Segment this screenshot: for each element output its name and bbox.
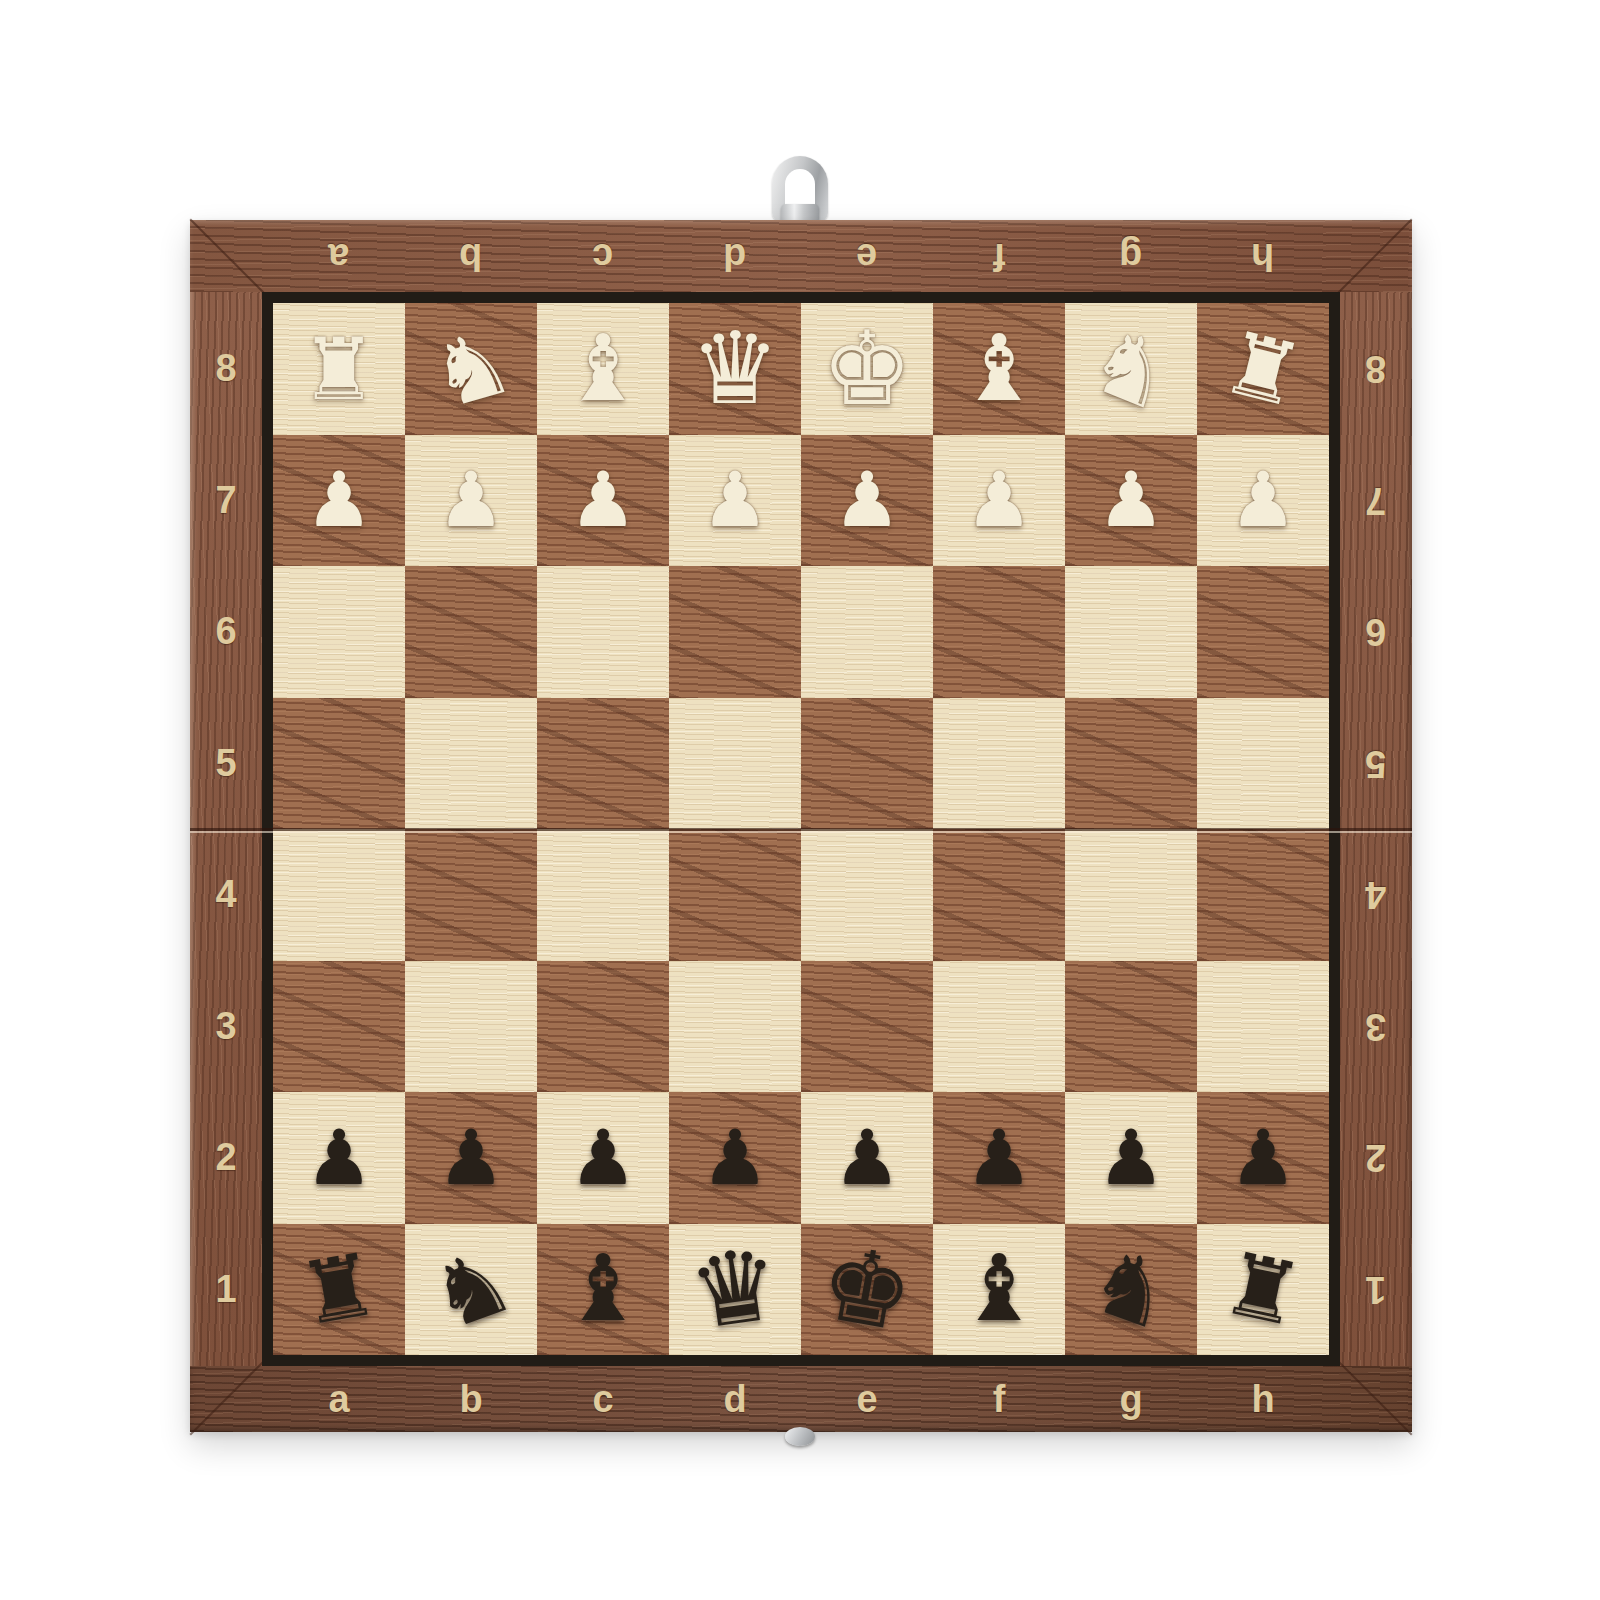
square-e5[interactable]	[801, 698, 933, 830]
file-label-b: b	[459, 235, 482, 278]
file-label-a: a	[328, 235, 349, 278]
file-label-c: c	[592, 1378, 613, 1421]
rank-label-2: 2	[215, 1136, 236, 1179]
square-c1[interactable]: ♝	[537, 1224, 669, 1356]
square-e2[interactable]: ♟	[801, 1092, 933, 1224]
white-pawn[interactable]: ♟	[305, 462, 373, 538]
square-e1[interactable]: ♚	[801, 1224, 933, 1356]
rank-label-8: 8	[215, 347, 236, 390]
square-f8[interactable]: ♝	[933, 303, 1065, 435]
file-label-e: e	[856, 235, 877, 278]
white-pawn[interactable]: ♟	[833, 462, 901, 538]
square-h3[interactable]	[1197, 961, 1329, 1093]
file-label-c: c	[592, 235, 613, 278]
square-d1[interactable]: ♛	[669, 1224, 801, 1356]
rank-label-7: 7	[1365, 479, 1386, 522]
square-g1[interactable]: ♞	[1065, 1224, 1197, 1356]
square-b7[interactable]: ♟	[405, 435, 537, 567]
rank-label-3: 3	[1365, 1005, 1386, 1048]
square-e7[interactable]: ♟	[801, 435, 933, 567]
square-c5[interactable]	[537, 698, 669, 830]
square-g2[interactable]: ♟	[1065, 1092, 1197, 1224]
square-a7[interactable]: ♟	[273, 435, 405, 567]
square-e4[interactable]	[801, 829, 933, 961]
white-pawn[interactable]: ♟	[437, 462, 505, 538]
product-photo: abcdefgh abcdefgh 87654321 87654321 ♜♞♝♛…	[0, 0, 1600, 1600]
rank-label-4: 4	[215, 873, 236, 916]
square-f1[interactable]: ♝	[933, 1224, 1065, 1356]
white-pawn[interactable]: ♟	[701, 462, 769, 538]
black-king[interactable]: ♚	[813, 1231, 921, 1347]
rank-label-5: 5	[1365, 742, 1386, 785]
square-d2[interactable]: ♟	[669, 1092, 801, 1224]
square-b5[interactable]	[405, 698, 537, 830]
file-label-b: b	[459, 1378, 482, 1421]
square-f7[interactable]: ♟	[933, 435, 1065, 567]
square-a8[interactable]: ♜	[273, 303, 405, 435]
rank-label-6: 6	[1365, 610, 1386, 653]
square-c3[interactable]	[537, 961, 669, 1093]
white-bishop[interactable]: ♝	[958, 323, 1040, 415]
file-label-f: f	[993, 235, 1006, 278]
square-a2[interactable]: ♟	[273, 1092, 405, 1224]
square-a6[interactable]	[273, 566, 405, 698]
black-rook[interactable]: ♜	[294, 1240, 385, 1338]
rank-label-2: 2	[1365, 1136, 1386, 1179]
square-h7[interactable]: ♟	[1197, 435, 1329, 567]
white-rook[interactable]: ♜	[1215, 318, 1311, 420]
white-king[interactable]: ♚	[821, 318, 912, 420]
file-label-g: g	[1119, 235, 1142, 278]
fold-seam-highlight	[190, 831, 1412, 833]
black-bishop[interactable]: ♝	[562, 1243, 644, 1335]
black-pawn[interactable]: ♟	[965, 1120, 1033, 1196]
square-d5[interactable]	[669, 698, 801, 830]
file-label-a: a	[328, 1378, 349, 1421]
square-d8[interactable]: ♛	[669, 303, 801, 435]
black-pawn[interactable]: ♟	[1097, 1120, 1165, 1196]
black-pawn[interactable]: ♟	[305, 1120, 373, 1196]
square-b2[interactable]: ♟	[405, 1092, 537, 1224]
white-pawn[interactable]: ♟	[569, 462, 637, 538]
black-rook[interactable]: ♜	[1216, 1239, 1309, 1339]
square-d3[interactable]	[669, 961, 801, 1093]
rank-label-3: 3	[215, 1005, 236, 1048]
square-g8[interactable]: ♞	[1065, 303, 1197, 435]
file-label-g: g	[1119, 1378, 1142, 1421]
square-e6[interactable]	[801, 566, 933, 698]
file-labels-bottom: abcdefgh	[273, 1366, 1329, 1432]
square-g3[interactable]	[1065, 961, 1197, 1093]
square-h6[interactable]	[1197, 566, 1329, 698]
square-f3[interactable]	[933, 961, 1065, 1093]
white-rook[interactable]: ♜	[300, 326, 377, 412]
chess-board: abcdefgh abcdefgh 87654321 87654321 ♜♞♝♛…	[190, 220, 1412, 1432]
square-a1[interactable]: ♜	[273, 1224, 405, 1356]
square-d6[interactable]	[669, 566, 801, 698]
square-c7[interactable]: ♟	[537, 435, 669, 567]
white-pawn[interactable]: ♟	[1229, 462, 1297, 538]
latch-pin-icon	[785, 1427, 815, 1446]
square-f6[interactable]	[933, 566, 1065, 698]
square-h1[interactable]: ♜	[1197, 1224, 1329, 1356]
rank-label-1: 1	[1365, 1268, 1386, 1311]
black-pawn[interactable]: ♟	[833, 1120, 901, 1196]
white-pawn[interactable]: ♟	[965, 462, 1033, 538]
black-queen[interactable]: ♛	[684, 1233, 787, 1345]
square-g4[interactable]	[1065, 829, 1197, 961]
rank-label-1: 1	[215, 1268, 236, 1311]
black-pawn[interactable]: ♟	[437, 1120, 505, 1196]
square-b4[interactable]	[405, 829, 537, 961]
white-pawn[interactable]: ♟	[1097, 462, 1165, 538]
black-knight[interactable]: ♞	[418, 1233, 525, 1345]
black-knight[interactable]: ♞	[1078, 1233, 1185, 1345]
white-knight[interactable]: ♞	[420, 314, 522, 423]
square-c6[interactable]	[537, 566, 669, 698]
square-e3[interactable]	[801, 961, 933, 1093]
square-h2[interactable]: ♟	[1197, 1092, 1329, 1224]
black-pawn[interactable]: ♟	[701, 1120, 769, 1196]
rank-label-4: 4	[1365, 873, 1386, 916]
file-label-d: d	[723, 1378, 746, 1421]
white-queen[interactable]: ♛	[690, 319, 780, 419]
white-knight[interactable]: ♞	[1077, 312, 1186, 426]
black-bishop[interactable]: ♝	[958, 1243, 1040, 1335]
square-a4[interactable]	[273, 829, 405, 961]
square-f4[interactable]	[933, 829, 1065, 961]
square-g7[interactable]: ♟	[1065, 435, 1197, 567]
square-f5[interactable]	[933, 698, 1065, 830]
file-label-d: d	[723, 235, 746, 278]
square-g6[interactable]	[1065, 566, 1197, 698]
square-f2[interactable]: ♟	[933, 1092, 1065, 1224]
square-b1[interactable]: ♞	[405, 1224, 537, 1356]
black-pawn[interactable]: ♟	[1229, 1120, 1297, 1196]
white-bishop[interactable]: ♝	[562, 323, 644, 415]
square-d7[interactable]: ♟	[669, 435, 801, 567]
rank-label-5: 5	[215, 742, 236, 785]
square-c2[interactable]: ♟	[537, 1092, 669, 1224]
file-label-e: e	[856, 1378, 877, 1421]
square-a5[interactable]	[273, 698, 405, 830]
black-pawn[interactable]: ♟	[569, 1120, 637, 1196]
square-g5[interactable]	[1065, 698, 1197, 830]
square-c8[interactable]: ♝	[537, 303, 669, 435]
square-h4[interactable]	[1197, 829, 1329, 961]
square-b6[interactable]	[405, 566, 537, 698]
file-label-h: h	[1251, 235, 1274, 278]
file-label-h: h	[1251, 1378, 1274, 1421]
rank-label-7: 7	[215, 479, 236, 522]
square-e8[interactable]: ♚	[801, 303, 933, 435]
square-h5[interactable]	[1197, 698, 1329, 830]
file-label-f: f	[993, 1378, 1006, 1421]
rank-label-6: 6	[215, 610, 236, 653]
square-b8[interactable]: ♞	[405, 303, 537, 435]
square-c4[interactable]	[537, 829, 669, 961]
rank-label-8: 8	[1365, 347, 1386, 390]
square-b3[interactable]	[405, 961, 537, 1093]
square-d4[interactable]	[669, 829, 801, 961]
square-h8[interactable]: ♜	[1197, 303, 1329, 435]
square-a3[interactable]	[273, 961, 405, 1093]
file-labels-top: abcdefgh	[273, 220, 1329, 292]
